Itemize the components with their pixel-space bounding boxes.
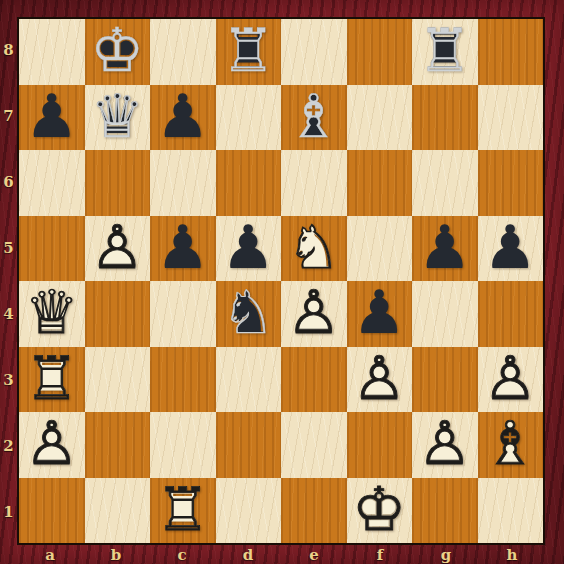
square-b6[interactable] [85, 150, 151, 216]
square-f8[interactable] [347, 19, 413, 85]
square-c8[interactable] [150, 19, 216, 85]
square-b3[interactable] [85, 347, 151, 413]
square-f7[interactable] [347, 85, 413, 151]
black-knight: ♞♘ [216, 281, 282, 347]
square-a6[interactable] [19, 150, 85, 216]
square-h8[interactable] [478, 19, 544, 85]
square-e7[interactable]: ♝♗ [281, 85, 347, 151]
square-e8[interactable] [281, 19, 347, 85]
square-b7[interactable]: ♛♕ [85, 85, 151, 151]
square-d2[interactable] [216, 412, 282, 478]
rank-label-3: 3 [0, 347, 17, 413]
black-bishop: ♝♗ [281, 85, 347, 151]
square-a2[interactable]: ♟♙ [19, 412, 85, 478]
black-pawn: ♟ [347, 281, 413, 347]
square-f4[interactable]: ♟ [347, 281, 413, 347]
file-label-h: h [479, 545, 545, 564]
square-d4[interactable]: ♞♘ [216, 281, 282, 347]
square-e2[interactable] [281, 412, 347, 478]
square-f2[interactable] [347, 412, 413, 478]
white-bishop: ♝♗ [478, 412, 544, 478]
file-label-g: g [413, 545, 479, 564]
white-king: ♚♔ [347, 478, 413, 544]
rank-coordinates: 87654321 [0, 17, 17, 545]
white-pawn: ♟♙ [412, 412, 478, 478]
square-c2[interactable] [150, 412, 216, 478]
square-g7[interactable] [412, 85, 478, 151]
file-coordinates: abcdefgh [17, 545, 545, 564]
square-d3[interactable] [216, 347, 282, 413]
square-h6[interactable] [478, 150, 544, 216]
white-pawn: ♟♙ [85, 216, 151, 282]
white-rook: ♜♖ [19, 347, 85, 413]
rank-label-7: 7 [0, 83, 17, 149]
black-pawn: ♟ [412, 216, 478, 282]
square-e5[interactable]: ♞♘ [281, 216, 347, 282]
white-knight: ♞♘ [281, 216, 347, 282]
square-a1[interactable] [19, 478, 85, 544]
rank-label-8: 8 [0, 17, 17, 83]
square-h5[interactable]: ♟ [478, 216, 544, 282]
file-label-d: d [215, 545, 281, 564]
square-c1[interactable]: ♜♖ [150, 478, 216, 544]
square-f1[interactable]: ♚♔ [347, 478, 413, 544]
square-d1[interactable] [216, 478, 282, 544]
chessboard: ♚♔♜♖♜♖♟♛♕♟♝♗♟♙♟♟♞♘♟♟♛♕♞♘♟♙♟♜♖♟♙♟♙♟♙♟♙♝♗♜… [17, 17, 545, 545]
square-c4[interactable] [150, 281, 216, 347]
square-d5[interactable]: ♟ [216, 216, 282, 282]
square-f6[interactable] [347, 150, 413, 216]
black-pawn: ♟ [150, 216, 216, 282]
white-rook: ♜♖ [150, 478, 216, 544]
file-label-e: e [281, 545, 347, 564]
square-b4[interactable] [85, 281, 151, 347]
square-e1[interactable] [281, 478, 347, 544]
square-h7[interactable] [478, 85, 544, 151]
square-a4[interactable]: ♛♕ [19, 281, 85, 347]
file-label-c: c [149, 545, 215, 564]
black-king: ♚♔ [85, 19, 151, 85]
square-g2[interactable]: ♟♙ [412, 412, 478, 478]
square-c6[interactable] [150, 150, 216, 216]
square-e6[interactable] [281, 150, 347, 216]
black-rook: ♜♖ [216, 19, 282, 85]
white-queen: ♛♕ [19, 281, 85, 347]
white-pawn: ♟♙ [19, 412, 85, 478]
black-pawn: ♟ [19, 85, 85, 151]
square-h3[interactable]: ♟♙ [478, 347, 544, 413]
square-a8[interactable] [19, 19, 85, 85]
rank-label-6: 6 [0, 149, 17, 215]
rank-label-4: 4 [0, 281, 17, 347]
square-h1[interactable] [478, 478, 544, 544]
square-d7[interactable] [216, 85, 282, 151]
square-b5[interactable]: ♟♙ [85, 216, 151, 282]
square-c5[interactable]: ♟ [150, 216, 216, 282]
file-label-b: b [83, 545, 149, 564]
black-pawn: ♟ [216, 216, 282, 282]
square-e3[interactable] [281, 347, 347, 413]
square-g8[interactable]: ♜♖ [412, 19, 478, 85]
rank-label-1: 1 [0, 479, 17, 545]
square-a3[interactable]: ♜♖ [19, 347, 85, 413]
black-pawn: ♟ [478, 216, 544, 282]
square-b2[interactable] [85, 412, 151, 478]
square-d6[interactable] [216, 150, 282, 216]
square-g4[interactable] [412, 281, 478, 347]
square-c7[interactable]: ♟ [150, 85, 216, 151]
white-pawn: ♟♙ [347, 347, 413, 413]
square-g1[interactable] [412, 478, 478, 544]
square-h4[interactable] [478, 281, 544, 347]
square-h2[interactable]: ♝♗ [478, 412, 544, 478]
file-label-f: f [347, 545, 413, 564]
black-pawn: ♟ [150, 85, 216, 151]
file-label-a: a [17, 545, 83, 564]
rank-label-2: 2 [0, 413, 17, 479]
square-g6[interactable] [412, 150, 478, 216]
square-a5[interactable] [19, 216, 85, 282]
square-g5[interactable]: ♟ [412, 216, 478, 282]
square-g3[interactable] [412, 347, 478, 413]
square-b8[interactable]: ♚♔ [85, 19, 151, 85]
chessboard-frame: 87654321 ♚♔♜♖♜♖♟♛♕♟♝♗♟♙♟♟♞♘♟♟♛♕♞♘♟♙♟♜♖♟♙… [0, 0, 564, 564]
square-e4[interactable]: ♟♙ [281, 281, 347, 347]
white-pawn: ♟♙ [478, 347, 544, 413]
white-pawn: ♟♙ [281, 281, 347, 347]
square-a7[interactable]: ♟ [19, 85, 85, 151]
black-queen: ♛♕ [85, 85, 151, 151]
square-f5[interactable] [347, 216, 413, 282]
square-c3[interactable] [150, 347, 216, 413]
square-f3[interactable]: ♟♙ [347, 347, 413, 413]
square-d8[interactable]: ♜♖ [216, 19, 282, 85]
black-rook: ♜♖ [412, 19, 478, 85]
square-b1[interactable] [85, 478, 151, 544]
rank-label-5: 5 [0, 215, 17, 281]
